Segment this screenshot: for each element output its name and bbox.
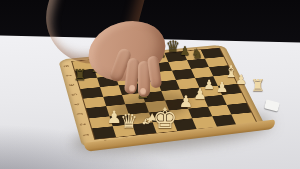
denim-clothing-blur-left bbox=[14, 2, 62, 38]
photo-scene: 87654321 ABCDEFGH ♜♝♟♟♛♟♞♟♛♝♚♟♟♟♟♝♟♜ bbox=[0, 0, 300, 169]
